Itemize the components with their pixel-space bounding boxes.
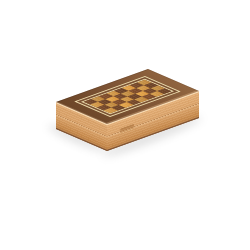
product-photo — [0, 0, 250, 250]
